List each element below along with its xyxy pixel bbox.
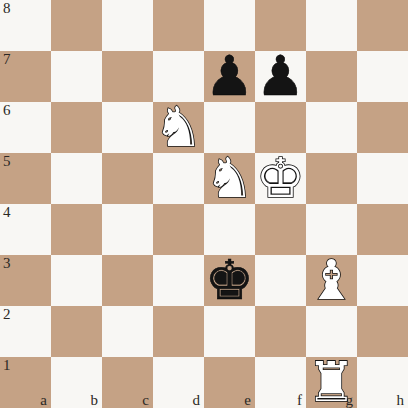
rank-label-2: 2 xyxy=(3,306,11,323)
square-b5[interactable] xyxy=(51,153,102,204)
square-d2[interactable] xyxy=(153,306,204,357)
rank-label-1: 1 xyxy=(3,357,11,374)
square-b8[interactable] xyxy=(51,0,102,51)
square-e4[interactable] xyxy=(204,204,255,255)
square-f3[interactable] xyxy=(255,255,306,306)
black-pawn-f7: ♟ xyxy=(255,51,306,102)
square-f1[interactable]: f xyxy=(255,357,306,408)
square-b4[interactable] xyxy=(51,204,102,255)
square-h8[interactable] xyxy=(357,0,408,51)
file-label-d: d xyxy=(193,392,201,408)
square-g1[interactable]: g♜ xyxy=(306,357,357,408)
square-c7[interactable] xyxy=(102,51,153,102)
square-c1[interactable]: c xyxy=(102,357,153,408)
rank-label-3: 3 xyxy=(3,255,11,272)
square-c8[interactable] xyxy=(102,0,153,51)
square-f2[interactable] xyxy=(255,306,306,357)
square-a1[interactable]: 1a xyxy=(0,357,51,408)
square-e7[interactable]: ♟ xyxy=(204,51,255,102)
square-g8[interactable] xyxy=(306,0,357,51)
square-d7[interactable] xyxy=(153,51,204,102)
square-d1[interactable]: d xyxy=(153,357,204,408)
square-e8[interactable] xyxy=(204,0,255,51)
square-b6[interactable] xyxy=(51,102,102,153)
square-c3[interactable] xyxy=(102,255,153,306)
square-g7[interactable] xyxy=(306,51,357,102)
chess-board: 87♟♟6♞5♞♚43♚♝21abcdefg♜h xyxy=(0,0,408,408)
white-knight-e5: ♞ xyxy=(204,153,255,204)
square-e1[interactable]: e xyxy=(204,357,255,408)
square-g2[interactable] xyxy=(306,306,357,357)
rank-label-6: 6 xyxy=(3,102,11,119)
square-c2[interactable] xyxy=(102,306,153,357)
square-g5[interactable] xyxy=(306,153,357,204)
white-knight-d6: ♞ xyxy=(153,102,204,153)
square-g6[interactable] xyxy=(306,102,357,153)
rank-label-4: 4 xyxy=(3,204,11,221)
square-e6[interactable] xyxy=(204,102,255,153)
square-d6[interactable]: ♞ xyxy=(153,102,204,153)
square-a8[interactable]: 8 xyxy=(0,0,51,51)
square-h7[interactable] xyxy=(357,51,408,102)
rank-label-7: 7 xyxy=(3,51,11,68)
square-b3[interactable] xyxy=(51,255,102,306)
square-a4[interactable]: 4 xyxy=(0,204,51,255)
square-h2[interactable] xyxy=(357,306,408,357)
square-h5[interactable] xyxy=(357,153,408,204)
square-a7[interactable]: 7 xyxy=(0,51,51,102)
square-f7[interactable]: ♟ xyxy=(255,51,306,102)
file-label-a: a xyxy=(40,392,47,408)
file-label-e: e xyxy=(244,392,251,408)
white-bishop-g3: ♝ xyxy=(306,255,357,306)
square-d4[interactable] xyxy=(153,204,204,255)
white-king-f5: ♚ xyxy=(255,153,306,204)
square-a6[interactable]: 6 xyxy=(0,102,51,153)
square-e5[interactable]: ♞ xyxy=(204,153,255,204)
square-a2[interactable]: 2 xyxy=(0,306,51,357)
square-h1[interactable]: h xyxy=(357,357,408,408)
file-label-c: c xyxy=(142,392,149,408)
rank-label-5: 5 xyxy=(3,153,11,170)
square-f4[interactable] xyxy=(255,204,306,255)
file-label-h: h xyxy=(397,392,405,408)
rank-label-8: 8 xyxy=(3,0,11,17)
square-h4[interactable] xyxy=(357,204,408,255)
square-a3[interactable]: 3 xyxy=(0,255,51,306)
square-c6[interactable] xyxy=(102,102,153,153)
square-a5[interactable]: 5 xyxy=(0,153,51,204)
square-b2[interactable] xyxy=(51,306,102,357)
square-b1[interactable]: b xyxy=(51,357,102,408)
black-king-e3: ♚ xyxy=(204,255,255,306)
square-d5[interactable] xyxy=(153,153,204,204)
square-h6[interactable] xyxy=(357,102,408,153)
square-e2[interactable] xyxy=(204,306,255,357)
file-label-g: g xyxy=(346,392,354,408)
square-c5[interactable] xyxy=(102,153,153,204)
square-d3[interactable] xyxy=(153,255,204,306)
square-f5[interactable]: ♚ xyxy=(255,153,306,204)
square-g4[interactable] xyxy=(306,204,357,255)
square-c4[interactable] xyxy=(102,204,153,255)
file-label-f: f xyxy=(297,392,302,408)
file-label-b: b xyxy=(91,392,99,408)
white-rook-g1: ♜ xyxy=(306,357,357,408)
square-d8[interactable] xyxy=(153,0,204,51)
square-h3[interactable] xyxy=(357,255,408,306)
black-pawn-e7: ♟ xyxy=(204,51,255,102)
square-f6[interactable] xyxy=(255,102,306,153)
square-e3[interactable]: ♚ xyxy=(204,255,255,306)
square-b7[interactable] xyxy=(51,51,102,102)
square-g3[interactable]: ♝ xyxy=(306,255,357,306)
square-f8[interactable] xyxy=(255,0,306,51)
